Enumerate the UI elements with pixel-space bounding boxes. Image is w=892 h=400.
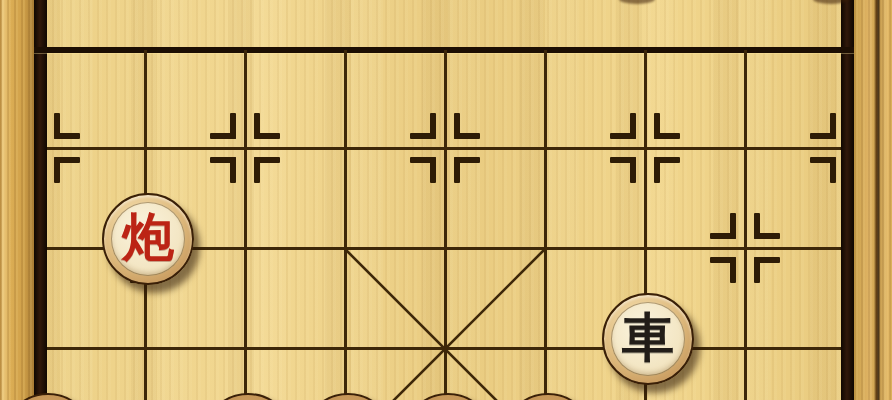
position-marker-arm — [254, 113, 260, 139]
position-marker-arm — [230, 157, 236, 183]
red-cannon-glyph: 炮 — [122, 212, 174, 264]
position-marker-arm — [754, 257, 760, 283]
piece-face: 炮 — [111, 202, 185, 276]
position-marker-arm — [630, 157, 636, 183]
position-marker-arm — [54, 157, 60, 183]
position-marker-arm — [730, 213, 736, 239]
position-marker-arm — [230, 113, 236, 139]
position-marker-arm — [54, 113, 60, 139]
position-marker-arm — [754, 213, 760, 239]
position-marker-arm — [654, 113, 660, 139]
piece-face: 車 — [611, 302, 685, 376]
black-chariot[interactable]: 車 — [602, 293, 694, 385]
black-chariot-glyph: 車 — [622, 312, 674, 364]
position-marker-arm — [830, 157, 836, 183]
red-cannon[interactable]: 炮 — [102, 193, 194, 285]
position-marker-arm — [254, 157, 260, 183]
position-marker-arm — [430, 157, 436, 183]
position-marker-arm — [654, 157, 660, 183]
position-marker-arm — [630, 113, 636, 139]
position-marker-arm — [454, 113, 460, 139]
xiangqi-board[interactable]: 炮車 — [0, 0, 892, 400]
position-marker-arm — [730, 257, 736, 283]
position-marker-arm — [454, 157, 460, 183]
position-marker-arm — [830, 113, 836, 139]
position-marker-arm — [430, 113, 436, 139]
